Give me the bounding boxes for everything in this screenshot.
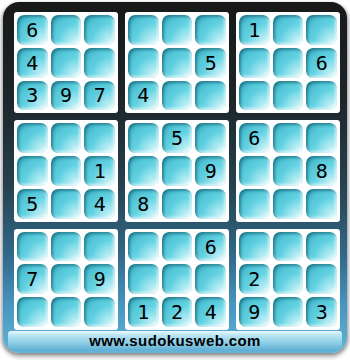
cell-r5c8[interactable] <box>273 156 304 186</box>
cell-r2c6[interactable]: 5 <box>195 48 226 78</box>
cell-r3c7[interactable] <box>239 81 270 111</box>
cell-r1c5[interactable] <box>162 15 193 45</box>
cell-r6c9[interactable] <box>306 189 337 219</box>
cell-r5c4[interactable] <box>128 156 159 186</box>
cell-r2c3[interactable] <box>84 48 115 78</box>
cell-r8c8[interactable] <box>273 264 304 294</box>
sudoku-grid: 64397541615459868796124293 <box>14 12 340 330</box>
cell-r5c6[interactable]: 9 <box>195 156 226 186</box>
cell-r9c1[interactable] <box>17 297 48 327</box>
cell-r5c5[interactable] <box>162 156 193 186</box>
cell-r3c5[interactable] <box>162 81 193 111</box>
cell-r7c4[interactable] <box>128 232 159 262</box>
cell-r8c2[interactable] <box>51 264 82 294</box>
cell-r4c7[interactable]: 6 <box>239 123 270 153</box>
cell-r4c8[interactable] <box>273 123 304 153</box>
cell-r9c9[interactable]: 3 <box>306 297 337 327</box>
sudoku-box-3-3: 293 <box>236 229 340 330</box>
cell-r8c1[interactable]: 7 <box>17 264 48 294</box>
cell-r5c1[interactable] <box>17 156 48 186</box>
cell-r2c1[interactable]: 4 <box>17 48 48 78</box>
cell-r6c6[interactable] <box>195 189 226 219</box>
cell-r6c2[interactable] <box>51 189 82 219</box>
cell-r2c8[interactable] <box>273 48 304 78</box>
cell-r1c9[interactable] <box>306 15 337 45</box>
cell-r7c9[interactable] <box>306 232 337 262</box>
cell-r9c5[interactable]: 2 <box>162 297 193 327</box>
cell-r9c8[interactable] <box>273 297 304 327</box>
sudoku-box-3-2: 6124 <box>125 229 229 330</box>
cell-r5c3[interactable]: 1 <box>84 156 115 186</box>
cell-r5c2[interactable] <box>51 156 82 186</box>
cell-r7c2[interactable] <box>51 232 82 262</box>
cell-r7c3[interactable] <box>84 232 115 262</box>
cell-r4c1[interactable] <box>17 123 48 153</box>
cell-r7c1[interactable] <box>17 232 48 262</box>
cell-r6c7[interactable] <box>239 189 270 219</box>
cell-r3c2[interactable]: 9 <box>51 81 82 111</box>
cell-r3c4[interactable]: 4 <box>128 81 159 111</box>
cell-r3c8[interactable] <box>273 81 304 111</box>
cell-r3c3[interactable]: 7 <box>84 81 115 111</box>
cell-r4c9[interactable] <box>306 123 337 153</box>
cell-r3c1[interactable]: 3 <box>17 81 48 111</box>
board-frame: 64397541615459868796124293 www.sudokuswe… <box>3 2 347 353</box>
sudoku-box-2-3: 68 <box>236 120 340 221</box>
cell-r7c7[interactable] <box>239 232 270 262</box>
cell-r9c6[interactable]: 4 <box>195 297 226 327</box>
cell-r4c5[interactable]: 5 <box>162 123 193 153</box>
cell-r1c7[interactable]: 1 <box>239 15 270 45</box>
sudoku-box-1-3: 16 <box>236 12 340 113</box>
cell-r8c4[interactable] <box>128 264 159 294</box>
cell-r3c6[interactable] <box>195 81 226 111</box>
cell-r9c4[interactable]: 1 <box>128 297 159 327</box>
cell-r9c2[interactable] <box>51 297 82 327</box>
cell-r2c7[interactable] <box>239 48 270 78</box>
cell-r8c7[interactable]: 2 <box>239 264 270 294</box>
cell-r6c8[interactable] <box>273 189 304 219</box>
sudoku-board: 64397541615459868796124293 www.sudokuswe… <box>0 0 350 360</box>
cell-r6c3[interactable]: 4 <box>84 189 115 219</box>
cell-r4c6[interactable] <box>195 123 226 153</box>
cell-r6c4[interactable]: 8 <box>128 189 159 219</box>
cell-r2c4[interactable] <box>128 48 159 78</box>
sudoku-box-3-1: 79 <box>14 229 118 330</box>
cell-r1c4[interactable] <box>128 15 159 45</box>
cell-r5c9[interactable]: 8 <box>306 156 337 186</box>
cell-r4c2[interactable] <box>51 123 82 153</box>
cell-r8c9[interactable] <box>306 264 337 294</box>
cell-r6c5[interactable] <box>162 189 193 219</box>
cell-r8c5[interactable] <box>162 264 193 294</box>
cell-r5c7[interactable] <box>239 156 270 186</box>
cell-r2c5[interactable] <box>162 48 193 78</box>
cell-r3c9[interactable] <box>306 81 337 111</box>
cell-r2c2[interactable] <box>51 48 82 78</box>
cell-r1c3[interactable] <box>84 15 115 45</box>
cell-r8c6[interactable] <box>195 264 226 294</box>
cell-r7c8[interactable] <box>273 232 304 262</box>
cell-r6c1[interactable]: 5 <box>17 189 48 219</box>
cell-r1c2[interactable] <box>51 15 82 45</box>
site-url[interactable]: www.sudokusweb.com <box>8 331 342 349</box>
cell-r1c6[interactable] <box>195 15 226 45</box>
sudoku-box-2-2: 598 <box>125 120 229 221</box>
cell-r4c4[interactable] <box>128 123 159 153</box>
cell-r9c7[interactable]: 9 <box>239 297 270 327</box>
sudoku-box-2-1: 154 <box>14 120 118 221</box>
cell-r7c5[interactable] <box>162 232 193 262</box>
cell-r7c6[interactable]: 6 <box>195 232 226 262</box>
sudoku-box-1-1: 64397 <box>14 12 118 113</box>
cell-r9c3[interactable] <box>84 297 115 327</box>
cell-r8c3[interactable]: 9 <box>84 264 115 294</box>
cell-r1c8[interactable] <box>273 15 304 45</box>
cell-r4c3[interactable] <box>84 123 115 153</box>
cell-r2c9[interactable]: 6 <box>306 48 337 78</box>
sudoku-box-1-2: 54 <box>125 12 229 113</box>
cell-r1c1[interactable]: 6 <box>17 15 48 45</box>
